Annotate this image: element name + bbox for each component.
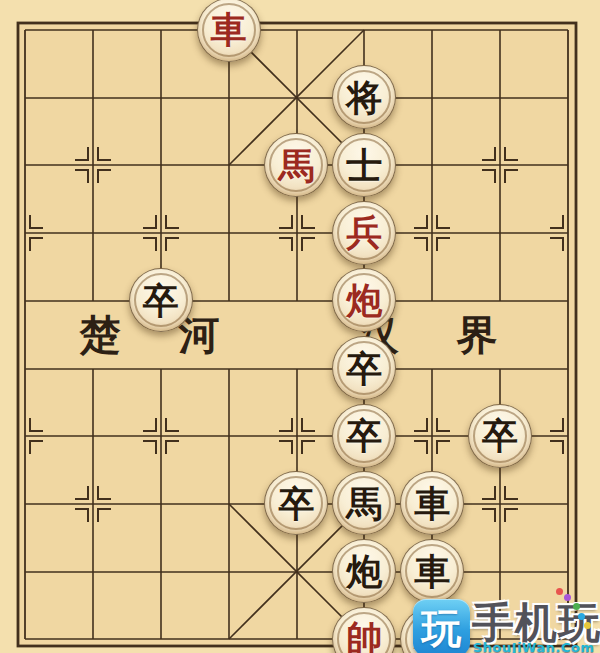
piece-character: 車 — [414, 553, 450, 589]
piece-character: 将 — [346, 79, 382, 115]
piece-character: 卒 — [346, 417, 382, 453]
piece-character: 卒 — [346, 350, 382, 386]
piece-character: 卒 — [482, 417, 518, 453]
piece-black-soldier[interactable]: 卒 — [332, 404, 396, 468]
piece-character: 卒 — [143, 282, 179, 318]
piece-character: 馬 — [278, 147, 314, 183]
piece-black-chariot[interactable]: 車 — [400, 539, 464, 603]
piece-black-soldier[interactable]: 卒 — [332, 336, 396, 400]
piece-black-soldier[interactable]: 卒 — [468, 404, 532, 468]
piece-black-soldier[interactable]: 卒 — [129, 268, 193, 332]
piece-character: 車 — [211, 11, 247, 47]
piece-character: 車 — [414, 485, 450, 521]
river-label-jie: 界 — [453, 311, 501, 359]
piece-character: 帥 — [346, 620, 382, 653]
piece-character: 卒 — [278, 485, 314, 521]
piece-character: 炮 — [346, 553, 382, 589]
river-label-chu: 楚 — [76, 311, 124, 359]
xiangqi-board-screenshot: 楚 河 汉 界 車将馬士兵卒炮卒卒卒卒馬車炮車帥相 玩 手机玩 ShouJiWa… — [0, 0, 600, 653]
piece-character: 馬 — [346, 485, 382, 521]
piece-character: 相 — [414, 620, 450, 653]
piece-character: 炮 — [346, 282, 382, 318]
piece-red-soldier[interactable]: 兵 — [332, 201, 396, 265]
piece-character: 士 — [346, 147, 382, 183]
piece-black-advisor[interactable]: 士 — [332, 133, 396, 197]
piece-character: 兵 — [346, 214, 382, 250]
piece-black-cannon[interactable]: 炮 — [332, 539, 396, 603]
piece-red-chariot[interactable]: 車 — [197, 0, 261, 62]
